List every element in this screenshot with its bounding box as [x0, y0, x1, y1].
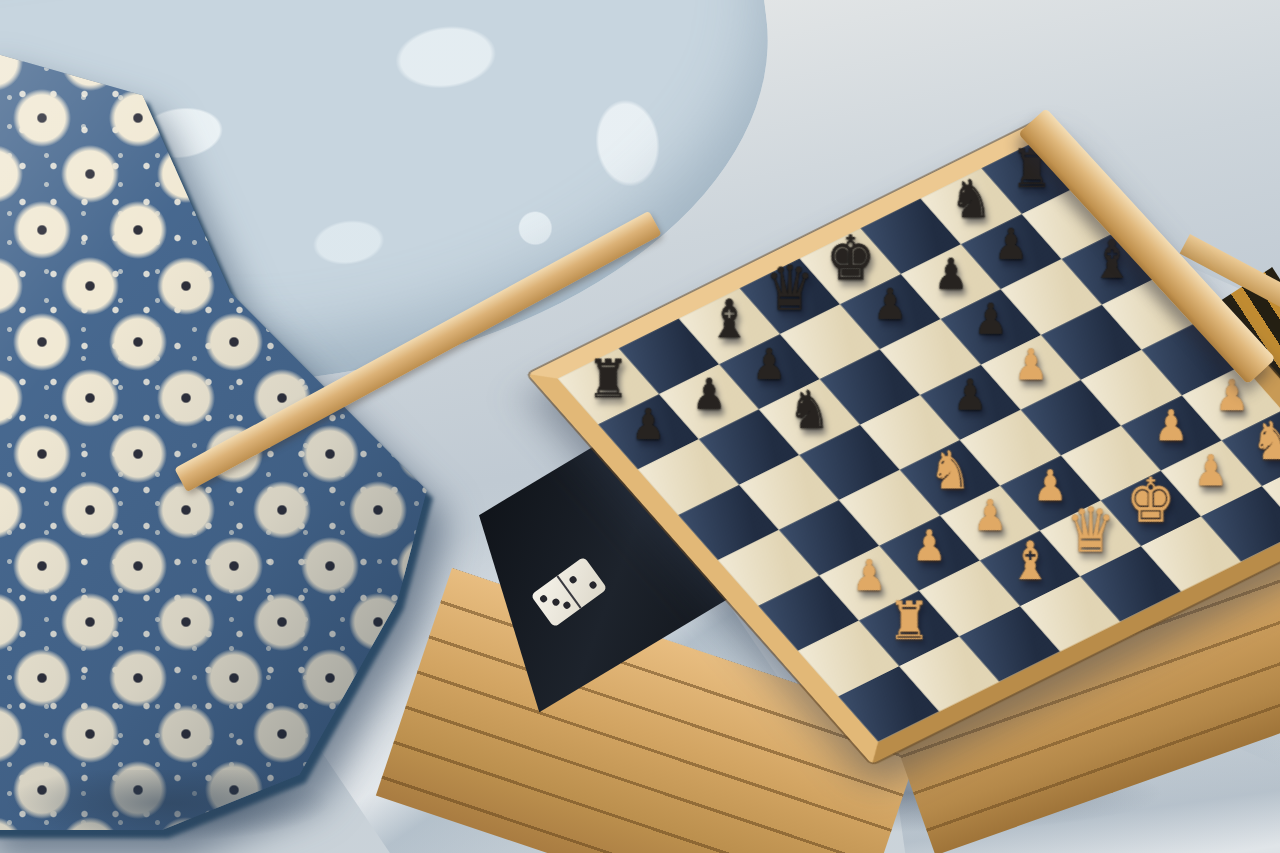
black-pawn: ♟	[873, 282, 907, 325]
black-pawn: ♟	[692, 372, 726, 415]
black-pawn: ♟	[953, 373, 987, 416]
black-knight: ♞	[950, 172, 992, 225]
floral-pillow	[0, 40, 466, 830]
white-pawn: ♟	[1194, 449, 1228, 492]
black-bishop: ♝	[708, 292, 750, 345]
black-rook: ♜	[587, 352, 629, 405]
white-bishop: ♝	[1009, 534, 1051, 587]
black-pawn: ♟	[631, 402, 665, 445]
pillow-shadow	[0, 770, 420, 853]
white-pawn: ♟	[973, 494, 1007, 537]
black-knight: ♞	[788, 383, 830, 436]
white-knight: ♞	[1251, 414, 1280, 467]
domino-pip	[538, 594, 548, 604]
black-pawn: ♟	[752, 342, 786, 385]
domino-pip	[562, 600, 572, 610]
white-rook: ♜	[888, 594, 930, 647]
domino-pip	[568, 574, 578, 584]
white-pawn: ♟	[852, 554, 886, 597]
white-pawn: ♟	[1033, 464, 1067, 507]
white-pawn: ♟	[1154, 404, 1188, 447]
white-pawn: ♟	[912, 524, 946, 567]
black-pawn: ♟	[994, 222, 1028, 265]
bedroom-photo-scene: ♜♝♛♚♞♜♟♟♟♟♟♟♞♟♝♟♟♞♟♟♟♟♟♟♜♝♛♚♟♞	[0, 0, 1280, 853]
pillow-shading	[0, 40, 466, 830]
domino-pip	[550, 597, 560, 607]
white-pawn: ♟	[1014, 343, 1048, 386]
black-pawn: ♟	[974, 298, 1008, 341]
white-knight: ♞	[929, 443, 971, 496]
black-pawn: ♟	[934, 252, 968, 295]
domino-pip	[588, 580, 598, 590]
